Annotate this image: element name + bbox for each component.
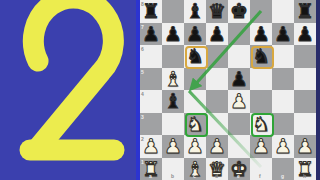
right-board-edge-strip [316, 0, 320, 180]
big-number-2 [0, 0, 136, 180]
move-arrows [140, 0, 316, 180]
blue-number-panel: 2 [0, 0, 136, 180]
thumbnail-stage: 2 ♜♝♛♚♜♟♟♟♟♟♟♟♞♞♝♟♝♟♞♞♟♟♟♟♟♟♟♜♝♛♚♜ 87654… [0, 0, 320, 180]
chess-board[interactable]: ♜♝♛♚♜♟♟♟♟♟♟♟♞♞♝♟♝♟♞♞♟♟♟♟♟♟♟♜♝♛♚♜ 8765432… [140, 0, 316, 180]
arrow-f8-b4 [192, 11, 261, 88]
line-b5-f1 [189, 91, 261, 167]
